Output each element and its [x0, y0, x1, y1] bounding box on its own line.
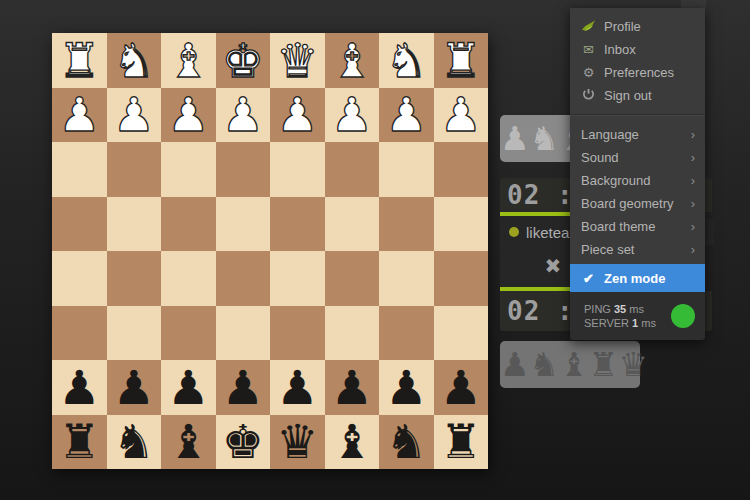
menu-item-label: Profile [604, 19, 641, 34]
square-f8[interactable]: ♝ [161, 415, 216, 470]
square-d2[interactable]: ♟ [270, 88, 325, 143]
square-a2[interactable]: ♟ [434, 88, 489, 143]
square-a7[interactable]: ♟ [434, 360, 489, 415]
white-bishop-piece[interactable]: ♝ [167, 37, 209, 84]
square-a8[interactable]: ♜ [434, 415, 489, 470]
square-c4[interactable] [325, 197, 380, 252]
square-e5[interactable] [216, 251, 271, 306]
square-c2[interactable]: ♟ [325, 88, 380, 143]
square-b7[interactable]: ♟ [379, 360, 434, 415]
square-g5[interactable] [107, 251, 162, 306]
menu-item-zen-mode[interactable]: ✔Zen mode [570, 264, 705, 292]
dasher-toggle-remnant[interactable] [681, 0, 706, 8]
square-b5[interactable] [379, 251, 434, 306]
menu-item-piece-set[interactable]: Piece set› [570, 238, 705, 261]
dasher-menu: Profile✉Inbox⚙PreferencesSign outLanguag… [570, 8, 705, 340]
square-f7[interactable]: ♟ [161, 360, 216, 415]
square-g4[interactable] [107, 197, 162, 252]
black-pawn-piece[interactable]: ♟ [167, 364, 209, 411]
menu-item-label: Sign out [604, 88, 652, 103]
square-h7[interactable]: ♟ [52, 360, 107, 415]
pocket-black-bishop[interactable]: ♝ [559, 348, 589, 381]
menu-item-background[interactable]: Background› [570, 169, 705, 192]
white-pawn-piece[interactable]: ♟ [276, 91, 318, 138]
square-h5[interactable] [52, 251, 107, 306]
square-c1[interactable]: ♝ [325, 33, 380, 88]
square-b6[interactable] [379, 306, 434, 361]
envelope-icon: ✉ [581, 42, 596, 57]
white-king-piece[interactable]: ♚ [222, 37, 264, 84]
black-knight-piece[interactable]: ♞ [385, 418, 427, 465]
ping-section: PING 35 ms SERVER 1 ms [570, 292, 705, 340]
chevron-right-icon: › [691, 150, 695, 165]
square-c3[interactable] [325, 142, 380, 197]
menu-item-label: Piece set [581, 242, 634, 257]
pocket-black-queen[interactable]: ♛ [618, 348, 648, 381]
menu-item-board-theme[interactable]: Board theme› [570, 215, 705, 238]
square-e1[interactable]: ♚ [216, 33, 271, 88]
menu-item-preferences[interactable]: ⚙Preferences [570, 61, 705, 84]
black-bishop-piece[interactable]: ♝ [331, 418, 373, 465]
menu-item-label: Language [581, 127, 639, 142]
black-rook-piece[interactable]: ♜ [58, 418, 100, 465]
black-king-piece[interactable]: ♚ [222, 418, 264, 465]
black-pawn-piece[interactable]: ♟ [222, 364, 264, 411]
square-e2[interactable]: ♟ [216, 88, 271, 143]
square-g2[interactable]: ♟ [107, 88, 162, 143]
white-pawn-piece[interactable]: ♟ [222, 91, 264, 138]
chess-board[interactable]: ♜♞♝♚♛♝♞♜♟♟♟♟♟♟♟♟♟♟♟♟♟♟♟♟♜♞♝♚♛♝♞♜ [52, 33, 488, 469]
square-e3[interactable] [216, 142, 271, 197]
square-g3[interactable] [107, 142, 162, 197]
menu-item-label: Board theme [581, 219, 655, 234]
square-f6[interactable] [161, 306, 216, 361]
lag-indicator-icon[interactable] [671, 304, 695, 328]
square-h3[interactable] [52, 142, 107, 197]
black-pawn-piece[interactable]: ♟ [58, 364, 100, 411]
square-b1[interactable]: ♞ [379, 33, 434, 88]
black-pawn-piece[interactable]: ♟ [113, 364, 155, 411]
white-pawn-piece[interactable]: ♟ [113, 91, 155, 138]
pocket-white-knight[interactable]: ♞ [530, 122, 560, 155]
black-pawn-piece[interactable]: ♟ [385, 364, 427, 411]
black-rook-piece[interactable]: ♜ [440, 418, 482, 465]
menu-item-language[interactable]: Language› [570, 123, 705, 146]
square-b4[interactable] [379, 197, 434, 252]
server-line: SERVER 1 ms [584, 317, 656, 329]
black-pawn-piece[interactable]: ♟ [440, 364, 482, 411]
power-icon [581, 88, 596, 104]
close-icon: ✖ [545, 254, 562, 278]
square-b8[interactable]: ♞ [379, 415, 434, 470]
menu-item-label: Sound [581, 150, 619, 165]
wing-icon [581, 19, 596, 35]
square-g1[interactable]: ♞ [107, 33, 162, 88]
square-a4[interactable] [434, 197, 489, 252]
square-a6[interactable] [434, 306, 489, 361]
pocket-white-pawn[interactable]: ♟ [500, 122, 530, 155]
white-pawn-piece[interactable]: ♟ [331, 91, 373, 138]
square-d5[interactable] [270, 251, 325, 306]
checkmark-icon: ✔ [581, 271, 596, 286]
square-g7[interactable]: ♟ [107, 360, 162, 415]
black-bishop-piece[interactable]: ♝ [167, 418, 209, 465]
gear-icon: ⚙ [581, 65, 596, 80]
white-knight-piece[interactable]: ♞ [113, 37, 155, 84]
square-b3[interactable] [379, 142, 434, 197]
white-pawn-piece[interactable]: ♟ [58, 91, 100, 138]
menu-item-label: Board geometry [581, 196, 674, 211]
pocket-black-pawn[interactable]: ♟ [500, 348, 530, 381]
square-f5[interactable] [161, 251, 216, 306]
chevron-right-icon: › [691, 242, 695, 257]
square-h1[interactable]: ♜ [52, 33, 107, 88]
black-pawn-piece[interactable]: ♟ [331, 364, 373, 411]
menu-item-label: Preferences [604, 65, 674, 80]
square-d4[interactable] [270, 197, 325, 252]
square-d6[interactable] [270, 306, 325, 361]
white-queen-piece[interactable]: ♛ [276, 37, 318, 84]
white-rook-piece[interactable]: ♜ [440, 37, 482, 84]
square-f3[interactable] [161, 142, 216, 197]
black-knight-piece[interactable]: ♞ [113, 418, 155, 465]
white-pawn-piece[interactable]: ♟ [440, 91, 482, 138]
square-c6[interactable] [325, 306, 380, 361]
square-e6[interactable] [216, 306, 271, 361]
menu-item-profile[interactable]: Profile [570, 15, 705, 38]
square-f1[interactable]: ♝ [161, 33, 216, 88]
square-b2[interactable]: ♟ [379, 88, 434, 143]
pocket-black-rook[interactable]: ♜ [589, 348, 619, 381]
black-queen-piece[interactable]: ♛ [276, 418, 318, 465]
menu-item-label: Inbox [604, 42, 636, 57]
pocket-black-knight[interactable]: ♞ [530, 348, 560, 381]
menu-item-sound[interactable]: Sound› [570, 146, 705, 169]
square-c5[interactable] [325, 251, 380, 306]
square-a3[interactable] [434, 142, 489, 197]
black-pawn-piece[interactable]: ♟ [276, 364, 318, 411]
online-dot-icon [509, 227, 519, 237]
menu-item-board-geometry[interactable]: Board geometry› [570, 192, 705, 215]
white-bishop-piece[interactable]: ♝ [331, 37, 373, 84]
square-e4[interactable] [216, 197, 271, 252]
square-f4[interactable] [161, 197, 216, 252]
chevron-right-icon: › [691, 173, 695, 188]
chevron-right-icon: › [691, 127, 695, 142]
square-a1[interactable]: ♜ [434, 33, 489, 88]
chevron-right-icon: › [691, 219, 695, 234]
square-f2[interactable]: ♟ [161, 88, 216, 143]
ping-stats: PING 35 ms SERVER 1 ms [584, 303, 656, 329]
square-h6[interactable] [52, 306, 107, 361]
square-h8[interactable]: ♜ [52, 415, 107, 470]
square-g6[interactable] [107, 306, 162, 361]
white-knight-piece[interactable]: ♞ [385, 37, 427, 84]
square-c7[interactable]: ♟ [325, 360, 380, 415]
white-pawn-piece[interactable]: ♟ [167, 91, 209, 138]
square-d1[interactable]: ♛ [270, 33, 325, 88]
white-pawn-piece[interactable]: ♟ [385, 91, 427, 138]
square-e8[interactable]: ♚ [216, 415, 271, 470]
menu-item-inbox[interactable]: ✉Inbox [570, 38, 705, 61]
menu-divider [570, 114, 705, 116]
dasher-menu-list: Profile✉Inbox⚙PreferencesSign outLanguag… [570, 8, 705, 292]
square-h4[interactable] [52, 197, 107, 252]
white-rook-piece[interactable]: ♜ [58, 37, 100, 84]
square-h2[interactable]: ♟ [52, 88, 107, 143]
menu-item-label: Background [581, 173, 650, 188]
menu-item-sign-out[interactable]: Sign out [570, 84, 705, 107]
square-g8[interactable]: ♞ [107, 415, 162, 470]
square-d3[interactable] [270, 142, 325, 197]
pocket-tray-black[interactable]: ♟♞♝♜♛ [500, 341, 640, 388]
square-d7[interactable]: ♟ [270, 360, 325, 415]
square-c8[interactable]: ♝ [325, 415, 380, 470]
ping-line: PING 35 ms [584, 303, 656, 315]
chevron-right-icon: › [691, 196, 695, 211]
square-e7[interactable]: ♟ [216, 360, 271, 415]
square-d8[interactable]: ♛ [270, 415, 325, 470]
close-button[interactable]: ✖ [540, 253, 566, 279]
square-a5[interactable] [434, 251, 489, 306]
server-value: 1 [632, 317, 638, 329]
ping-value: 35 [614, 303, 626, 315]
menu-item-label: Zen mode [604, 271, 665, 286]
